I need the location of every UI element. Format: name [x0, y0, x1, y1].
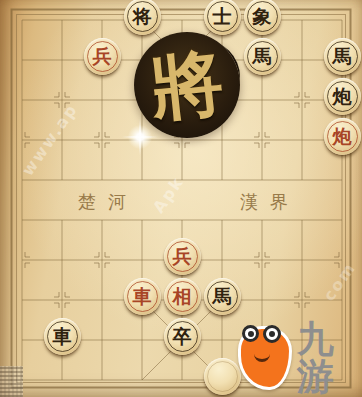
mascot-eye: [242, 325, 259, 342]
piece-black-elephant[interactable]: 象: [244, 0, 281, 35]
corner-stamp: [0, 366, 23, 397]
piece-black-advisor[interactable]: 士: [204, 0, 241, 35]
river-label-chuhe: 楚河: [78, 191, 138, 213]
piece-glyph: 士: [213, 7, 232, 26]
piece-black-horse[interactable]: 馬: [204, 278, 241, 315]
xiangqi-board[interactable]: 楚河 漢界 将士象兵馬馬炮炮兵車相馬車卒 將 www.ap Apk com 九游: [0, 0, 362, 397]
jiuyou-mascot-icon: [238, 326, 292, 390]
piece-glyph: 車: [53, 327, 72, 346]
piece-glyph: 兵: [173, 247, 192, 266]
piece-glyph: 車: [133, 287, 152, 306]
piece-glyph: 炮: [333, 87, 352, 106]
piece-glyph: 炮: [333, 127, 352, 146]
piece-hidden-piece[interactable]: [204, 358, 241, 395]
move-hint-sparkle[interactable]: [128, 125, 152, 149]
jiuyou-logo-text: 九游: [297, 321, 360, 395]
piece-glyph: 馬: [333, 47, 352, 66]
general-emblem-watermark: 將: [134, 32, 240, 138]
emblem-character: 將: [147, 45, 226, 124]
piece-glyph: 相: [173, 287, 192, 306]
piece-black-soldier[interactable]: 卒: [164, 318, 201, 355]
piece-red-cannon[interactable]: 炮: [324, 118, 361, 155]
piece-glyph: 卒: [173, 327, 192, 346]
piece-glyph: 兵: [93, 47, 112, 66]
piece-black-chariot[interactable]: 車: [44, 318, 81, 355]
piece-black-cannon[interactable]: 炮: [324, 78, 361, 115]
piece-black-horse[interactable]: 馬: [244, 38, 281, 75]
piece-red-elephant[interactable]: 相: [164, 278, 201, 315]
piece-red-soldier[interactable]: 兵: [84, 38, 121, 75]
piece-glyph: 馬: [213, 287, 232, 306]
mascot-eye: [263, 325, 281, 343]
river-label-hanjie: 漢界: [240, 191, 300, 213]
piece-glyph: 将: [133, 7, 152, 26]
jiuyou-watermark: 九游: [238, 324, 360, 392]
piece-red-soldier[interactable]: 兵: [164, 238, 201, 275]
piece-black-general[interactable]: 将: [124, 0, 161, 35]
mascot-smile: [254, 351, 270, 362]
piece-glyph: 馬: [253, 47, 272, 66]
piece-black-horse[interactable]: 馬: [324, 38, 361, 75]
piece-red-chariot[interactable]: 車: [124, 278, 161, 315]
piece-glyph: 象: [253, 7, 272, 26]
